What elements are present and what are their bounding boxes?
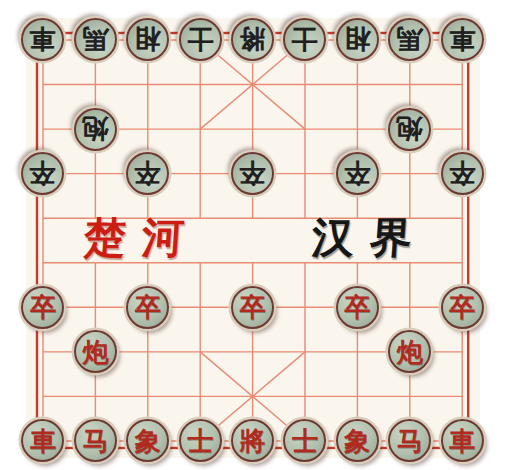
board-point-g1[interactable] bbox=[331, 374, 383, 419]
board-point-i0[interactable]: 車 bbox=[436, 419, 488, 464]
board-point-c2[interactable] bbox=[122, 330, 174, 375]
board-point-h8[interactable] bbox=[384, 62, 436, 107]
board-point-d3[interactable] bbox=[174, 285, 226, 330]
black-piece-馬[interactable]: 馬 bbox=[74, 18, 117, 61]
board-point-i2[interactable] bbox=[436, 330, 488, 375]
board-point-b6[interactable] bbox=[69, 151, 121, 196]
board-point-i1[interactable] bbox=[436, 374, 488, 419]
red-piece-卒[interactable]: 卒 bbox=[231, 286, 274, 329]
board-point-g9[interactable]: 相 bbox=[331, 18, 383, 63]
red-piece-車[interactable]: 車 bbox=[441, 419, 484, 462]
red-piece-象[interactable]: 象 bbox=[336, 419, 379, 462]
board-point-g0[interactable]: 象 bbox=[331, 419, 383, 464]
board-point-g6[interactable]: 卒 bbox=[331, 151, 383, 196]
red-piece-車[interactable]: 車 bbox=[21, 419, 64, 462]
board-point-d2[interactable] bbox=[174, 330, 226, 375]
board-point-h3[interactable] bbox=[384, 285, 436, 330]
board-point-d8[interactable] bbox=[174, 62, 226, 107]
red-piece-炮[interactable]: 炮 bbox=[74, 330, 117, 373]
board-point-d6[interactable] bbox=[174, 151, 226, 196]
black-piece-卒[interactable]: 卒 bbox=[21, 152, 64, 195]
board-point-i3[interactable]: 卒 bbox=[436, 285, 488, 330]
board-point-c1[interactable] bbox=[122, 374, 174, 419]
board-point-f7[interactable] bbox=[279, 107, 331, 152]
board-point-g8[interactable] bbox=[331, 62, 383, 107]
board-point-a3[interactable]: 卒 bbox=[17, 285, 69, 330]
board-point-c6[interactable]: 卒 bbox=[122, 151, 174, 196]
board-point-i4[interactable] bbox=[436, 240, 488, 285]
board-point-i8[interactable] bbox=[436, 62, 488, 107]
board-point-b9[interactable]: 馬 bbox=[69, 18, 121, 63]
board-point-f0[interactable]: 士 bbox=[279, 419, 331, 464]
board-point-b8[interactable] bbox=[69, 62, 121, 107]
board-point-c9[interactable]: 相 bbox=[122, 18, 174, 63]
board-point-h9[interactable]: 馬 bbox=[384, 18, 436, 63]
board-point-f3[interactable] bbox=[279, 285, 331, 330]
board-point-g3[interactable]: 卒 bbox=[331, 285, 383, 330]
board-point-d9[interactable]: 士 bbox=[174, 18, 226, 63]
board-point-a6[interactable]: 卒 bbox=[17, 151, 69, 196]
board-point-e9[interactable]: 將 bbox=[226, 18, 278, 63]
board-point-h6[interactable] bbox=[384, 151, 436, 196]
board-point-b7[interactable]: 炮 bbox=[69, 107, 121, 152]
board-point-a2[interactable] bbox=[17, 330, 69, 375]
board-point-d7[interactable] bbox=[174, 107, 226, 152]
red-piece-卒[interactable]: 卒 bbox=[441, 286, 484, 329]
black-piece-卒[interactable]: 卒 bbox=[231, 152, 274, 195]
board-point-a5[interactable] bbox=[17, 196, 69, 241]
board-point-e2[interactable] bbox=[226, 330, 278, 375]
black-piece-將[interactable]: 將 bbox=[231, 18, 274, 61]
board-point-g2[interactable] bbox=[331, 330, 383, 375]
red-piece-士[interactable]: 士 bbox=[283, 419, 326, 462]
black-piece-卒[interactable]: 卒 bbox=[126, 152, 169, 195]
black-piece-車[interactable]: 車 bbox=[441, 18, 484, 61]
board-point-f2[interactable] bbox=[279, 330, 331, 375]
board-point-b3[interactable] bbox=[69, 285, 121, 330]
river-label-chu-he: 楚河 bbox=[82, 212, 202, 264]
black-piece-馬[interactable]: 馬 bbox=[388, 18, 431, 61]
black-piece-士[interactable]: 士 bbox=[179, 18, 222, 61]
board-point-i7[interactable] bbox=[436, 107, 488, 152]
board-point-h0[interactable]: 马 bbox=[384, 419, 436, 464]
board-point-e7[interactable] bbox=[226, 107, 278, 152]
board-point-f9[interactable]: 士 bbox=[279, 18, 331, 63]
board-point-h1[interactable] bbox=[384, 374, 436, 419]
board-point-e4[interactable] bbox=[226, 240, 278, 285]
board-point-e1[interactable] bbox=[226, 374, 278, 419]
board-point-i9[interactable]: 車 bbox=[436, 18, 488, 63]
board-point-e6[interactable]: 卒 bbox=[226, 151, 278, 196]
board-point-d0[interactable]: 士 bbox=[174, 419, 226, 464]
board-point-i6[interactable]: 卒 bbox=[436, 151, 488, 196]
board-point-i5[interactable] bbox=[436, 196, 488, 241]
xiangqi-board: 車馬相士將士相馬車炮炮卒卒卒卒卒卒卒卒卒卒炮炮車马象士將士象马車 楚河 汉界 bbox=[0, 0, 505, 470]
board-point-c0[interactable]: 象 bbox=[122, 419, 174, 464]
board-point-e5[interactable] bbox=[226, 196, 278, 241]
board-point-d1[interactable] bbox=[174, 374, 226, 419]
board-point-e0[interactable]: 將 bbox=[226, 419, 278, 464]
board-point-h7[interactable]: 炮 bbox=[384, 107, 436, 152]
board-point-f6[interactable] bbox=[279, 151, 331, 196]
river-label-han-jie: 汉界 bbox=[310, 212, 430, 264]
board-point-a4[interactable] bbox=[17, 240, 69, 285]
black-piece-卒[interactable]: 卒 bbox=[441, 152, 484, 195]
board-point-b2[interactable]: 炮 bbox=[69, 330, 121, 375]
black-piece-相[interactable]: 相 bbox=[336, 18, 379, 61]
red-piece-卒[interactable]: 卒 bbox=[126, 286, 169, 329]
board-point-f1[interactable] bbox=[279, 374, 331, 419]
board-point-a8[interactable] bbox=[17, 62, 69, 107]
board-point-a9[interactable]: 車 bbox=[17, 18, 69, 63]
red-piece-將[interactable]: 將 bbox=[231, 419, 274, 462]
board-point-a1[interactable] bbox=[17, 374, 69, 419]
black-piece-士[interactable]: 士 bbox=[283, 18, 326, 61]
board-point-c8[interactable] bbox=[122, 62, 174, 107]
black-piece-卒[interactable]: 卒 bbox=[336, 152, 379, 195]
red-piece-马[interactable]: 马 bbox=[388, 419, 431, 462]
red-piece-卒[interactable]: 卒 bbox=[336, 286, 379, 329]
black-piece-相[interactable]: 相 bbox=[126, 18, 169, 61]
red-piece-象[interactable]: 象 bbox=[126, 419, 169, 462]
board-point-e8[interactable] bbox=[226, 62, 278, 107]
board-point-g7[interactable] bbox=[331, 107, 383, 152]
black-piece-炮[interactable]: 炮 bbox=[388, 108, 431, 151]
black-piece-炮[interactable]: 炮 bbox=[74, 108, 117, 151]
board-point-b0[interactable]: 马 bbox=[69, 419, 121, 464]
board-point-f8[interactable] bbox=[279, 62, 331, 107]
board-point-a0[interactable]: 車 bbox=[17, 419, 69, 464]
board-point-h2[interactable]: 炮 bbox=[384, 330, 436, 375]
board-point-a7[interactable] bbox=[17, 107, 69, 152]
red-piece-士[interactable]: 士 bbox=[179, 419, 222, 462]
red-piece-炮[interactable]: 炮 bbox=[388, 330, 431, 373]
red-piece-马[interactable]: 马 bbox=[74, 419, 117, 462]
board-point-c3[interactable]: 卒 bbox=[122, 285, 174, 330]
red-piece-卒[interactable]: 卒 bbox=[21, 286, 64, 329]
board-point-e3[interactable]: 卒 bbox=[226, 285, 278, 330]
board-point-b1[interactable] bbox=[69, 374, 121, 419]
black-piece-車[interactable]: 車 bbox=[21, 18, 64, 61]
board-point-c7[interactable] bbox=[122, 107, 174, 152]
